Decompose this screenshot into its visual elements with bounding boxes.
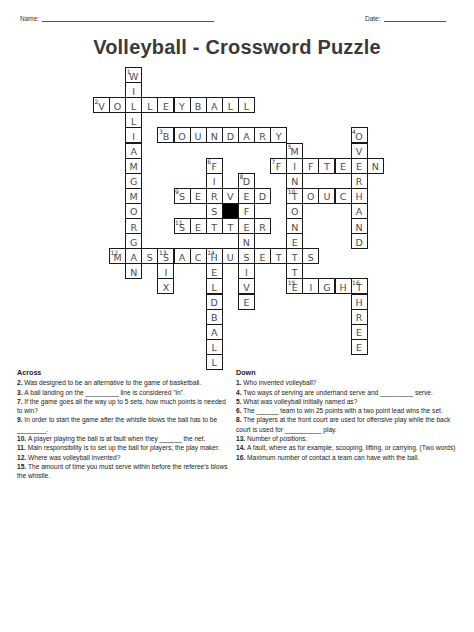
grid-cell: S (206, 203, 223, 219)
grid-cell: O (174, 127, 191, 143)
black-cell (222, 203, 239, 219)
grid-cell: 9S (174, 188, 191, 204)
grid-cell: E (351, 158, 368, 174)
across-clue-list: 2. Was designed to be an alternative to … (17, 378, 231, 480)
grid-cell: R (351, 309, 368, 325)
cell-letter: N (287, 222, 302, 234)
across-heading: Across (17, 368, 231, 377)
grid-cell: N (286, 218, 303, 234)
grid-cell: L (125, 97, 142, 113)
grid-cell: N (351, 218, 368, 234)
clue-item-8: 8. The players at the front court are us… (236, 415, 464, 434)
grid-cell: A (351, 203, 368, 219)
grid-cell: O (302, 188, 319, 204)
grid-cell: O (109, 97, 126, 113)
grid-cell: E (286, 233, 303, 249)
across-clues: Across 2. Was designed to be an alternat… (17, 368, 231, 481)
cell-letter: H (352, 191, 367, 203)
grid-cell: B (206, 309, 223, 325)
clue-item-15: 15. The amount of time you must serve wi… (17, 462, 231, 481)
cell-letter: O (303, 191, 318, 203)
grid-cell: E (238, 188, 255, 204)
cell-number: 3 (159, 128, 163, 135)
cell-letter: I (239, 267, 254, 279)
clue-item-3: 3. A ball landing on the _________ line … (17, 388, 231, 397)
cell-letter: C (191, 252, 206, 264)
cell-letter: X (158, 282, 173, 294)
cell-letter: G (126, 237, 141, 249)
cell-letter: M (126, 191, 141, 203)
cell-letter: I (126, 86, 141, 98)
grid-cell: F (238, 203, 255, 219)
cell-letter: O (110, 101, 125, 113)
grid-cell: S (302, 248, 319, 264)
cell-number: 6 (207, 158, 211, 165)
cell-number: 15 (288, 279, 296, 286)
cell-letter: T (287, 252, 302, 264)
grid-cell: N (206, 127, 223, 143)
grid-cell: A (125, 143, 142, 159)
cell-letter: L (207, 282, 222, 294)
down-clue-list: 1. Who invented volleyball?4. Two ways o… (236, 378, 464, 462)
cell-letter: E (239, 222, 254, 234)
page-title: Volleyball - Crossword Puzzle (0, 36, 474, 59)
cell-letter: I (287, 161, 302, 173)
grid-cell: I (125, 127, 142, 143)
grid-cell: E (238, 294, 255, 310)
cell-letter: L (223, 101, 238, 113)
grid-cell: V (351, 143, 368, 159)
grid-cell: T (286, 263, 303, 279)
cell-number: 16 (352, 279, 360, 286)
cell-letter: E (352, 161, 367, 173)
grid-cell: N (286, 173, 303, 189)
cell-letter: V (352, 146, 367, 158)
grid-cell: L (206, 339, 223, 355)
grid-cell: I (286, 158, 303, 174)
cell-letter: N (239, 237, 254, 249)
grid-cell: 13S (157, 248, 174, 264)
grid-cell: E (206, 263, 223, 279)
cell-number: 10 (288, 188, 296, 195)
cell-letter: N (352, 222, 367, 234)
grid-cell: 15E (286, 278, 303, 294)
grid-cell: D (254, 188, 271, 204)
crossword-grid: 1WI2VOLLEYBALLLI3BOUNDARY4OA5MVM6F7FIFTE… (93, 67, 383, 369)
grid-cell: 4O (351, 127, 368, 143)
grid-cell: 16T (351, 278, 368, 294)
cell-letter: N (368, 161, 383, 173)
grid-cell: 5M (286, 143, 303, 159)
grid-cell: L (222, 97, 239, 113)
grid-cell: A (206, 97, 223, 113)
cell-number: 12 (111, 249, 119, 256)
grid-cell: T (206, 218, 223, 234)
grid-cell: I (206, 173, 223, 189)
cell-letter: A (207, 101, 222, 113)
cell-letter: L (126, 101, 141, 113)
cell-letter: E (352, 342, 367, 354)
cell-letter: T (223, 222, 238, 234)
grid-cell: 1W (125, 67, 142, 83)
grid-cell: I (157, 263, 174, 279)
grid-cell: H (351, 294, 368, 310)
grid-cell: R (254, 127, 271, 143)
grid-cell: 8D (238, 173, 255, 189)
cell-letter: R (207, 191, 222, 203)
grid-cell: H (335, 278, 352, 294)
clue-item-1: 1. Who invented volleyball? (236, 378, 464, 387)
grid-cell: A (174, 248, 191, 264)
cell-letter: L (207, 342, 222, 354)
grid-cell: I (238, 263, 255, 279)
grid-cell: Y (174, 97, 191, 113)
worksheet-page: Name: Date: Volleyball - Crossword Puzzl… (0, 0, 474, 632)
grid-cell: E (157, 97, 174, 113)
cell-letter: N (207, 131, 222, 143)
clue-item-5: 5. What was volleyball initially named a… (236, 397, 464, 406)
cell-letter: H (352, 297, 367, 309)
grid-cell: U (190, 127, 207, 143)
grid-cell: G (125, 233, 142, 249)
cell-letter: S (239, 252, 254, 264)
grid-cell: D (206, 294, 223, 310)
cell-letter: O (126, 206, 141, 218)
grid-cell: G (125, 173, 142, 189)
cell-letter: I (126, 131, 141, 143)
cell-letter: B (207, 312, 222, 324)
cell-letter: V (239, 282, 254, 294)
cell-letter: A (126, 146, 141, 158)
down-clues: Down 1. Who invented volleyball?4. Two w… (236, 368, 464, 462)
grid-cell: T (318, 158, 335, 174)
cell-letter: F (239, 206, 254, 218)
grid-cell: C (335, 188, 352, 204)
grid-cell: L (141, 97, 158, 113)
grid-cell: 11S (174, 218, 191, 234)
grid-cell: E (351, 324, 368, 340)
cell-letter: E (191, 191, 206, 203)
cell-letter: Y (271, 131, 286, 143)
grid-cell: T (286, 248, 303, 264)
grid-cell: E (351, 339, 368, 355)
grid-cell: V (222, 188, 239, 204)
clue-item-12: 12. Where was volleyball invented? (17, 453, 231, 462)
cell-letter: T (319, 161, 334, 173)
cell-letter: A (239, 131, 254, 143)
cell-letter: D (207, 297, 222, 309)
grid-cell: M (125, 158, 142, 174)
cell-letter: R (352, 176, 367, 188)
grid-cell: N (125, 263, 142, 279)
grid-cell: M (125, 188, 142, 204)
cell-letter: O (175, 131, 190, 143)
name-label: Name: (20, 15, 39, 22)
grid-cell: H (351, 188, 368, 204)
cell-number: 5 (288, 143, 292, 150)
cell-number: 1 (127, 68, 131, 75)
grid-cell: 14H (206, 248, 223, 264)
cell-letter: U (191, 131, 206, 143)
grid-cell: 12M (109, 248, 126, 264)
cell-letter: U (319, 191, 334, 203)
grid-cell: Y (270, 127, 287, 143)
cell-letter: E (336, 161, 351, 173)
cell-letter: E (239, 297, 254, 309)
grid-cell: N (238, 233, 255, 249)
cell-letter: R (126, 222, 141, 234)
grid-cell: E (190, 188, 207, 204)
grid-cell: R (206, 188, 223, 204)
grid-cell: D (351, 233, 368, 249)
grid-cell: C (190, 248, 207, 264)
cell-number: 13 (159, 249, 167, 256)
cell-letter: S (142, 252, 157, 264)
grid-cell: L (206, 278, 223, 294)
cell-letter: A (126, 252, 141, 264)
cell-letter: F (303, 161, 318, 173)
clue-item-13: 13. Number of positions. (236, 434, 464, 443)
cell-letter: U (223, 252, 238, 264)
clue-item-4: 4. Two ways of serving are underhand ser… (236, 388, 464, 397)
cell-letter: L (239, 101, 254, 113)
cell-letter: N (287, 176, 302, 188)
cell-number: 9 (175, 188, 179, 195)
cell-letter: A (175, 252, 190, 264)
clue-item-7: 7. If the game goes all the way up to 5 … (17, 397, 231, 416)
cell-letter: A (207, 327, 222, 339)
cell-number: 4 (352, 128, 356, 135)
cell-letter: S (207, 206, 222, 218)
clue-item-14: 14. A fault, where as for example, scoop… (236, 443, 464, 452)
cell-letter: R (255, 222, 270, 234)
grid-cell: I (125, 82, 142, 98)
cell-letter: L (142, 101, 157, 113)
grid-cell: T (222, 218, 239, 234)
grid-cell: I (302, 278, 319, 294)
grid-cell: F (302, 158, 319, 174)
cell-letter: R (352, 312, 367, 324)
grid-cell: R (125, 218, 142, 234)
cell-letter: E (239, 191, 254, 203)
cell-letter: E (207, 267, 222, 279)
clue-item-11: 11. Main responsibility is to set up the… (17, 443, 231, 452)
cell-letter: H (336, 282, 351, 294)
cell-number: 14 (207, 249, 215, 256)
grid-cell: O (286, 203, 303, 219)
grid-cell: R (254, 218, 271, 234)
grid-cell: A (125, 248, 142, 264)
grid-cell: D (222, 127, 239, 143)
grid-cell: V (238, 278, 255, 294)
grid-cell: L (125, 112, 142, 128)
grid-cell: E (238, 218, 255, 234)
cell-letter: I (158, 267, 173, 279)
grid-cell: U (318, 188, 335, 204)
grid-cell: E (254, 248, 271, 264)
cell-letter: B (191, 101, 206, 113)
date-label: Date: (365, 15, 381, 22)
cell-letter: T (207, 222, 222, 234)
cell-letter: G (319, 282, 334, 294)
cell-letter: N (126, 267, 141, 279)
cell-letter: S (303, 252, 318, 264)
clue-item-16: 16. Maximum number of contact a team can… (236, 453, 464, 462)
grid-cell: N (367, 158, 384, 174)
down-heading: Down (236, 368, 464, 377)
grid-cell: E (335, 158, 352, 174)
cell-letter: E (158, 101, 173, 113)
cell-letter: D (352, 237, 367, 249)
cell-letter: E (352, 327, 367, 339)
cell-letter: Y (175, 101, 190, 113)
date-fill-line (384, 13, 446, 22)
grid-cell: L (238, 97, 255, 113)
cell-letter: E (255, 252, 270, 264)
cell-letter: D (255, 191, 270, 203)
grid-cell: 6F (206, 158, 223, 174)
clue-item-9: 9. In order to start the game after the … (17, 415, 231, 434)
cell-letter: R (255, 131, 270, 143)
grid-cell: 2V (93, 97, 110, 113)
cell-number: 2 (95, 98, 99, 105)
grid-cell: R (351, 173, 368, 189)
grid-cell: O (125, 203, 142, 219)
grid-cell: 10T (286, 188, 303, 204)
cell-letter: M (126, 161, 141, 173)
grid-cell: B (190, 97, 207, 113)
cell-letter: E (191, 222, 206, 234)
cell-letter: V (223, 191, 238, 203)
cell-letter: T (271, 252, 286, 264)
cell-letter: A (352, 206, 367, 218)
cell-letter: E (287, 237, 302, 249)
grid-cell: 7F (270, 158, 287, 174)
grid-cell: S (238, 248, 255, 264)
grid-cell: E (190, 218, 207, 234)
cell-letter: L (126, 116, 141, 128)
cell-letter: I (303, 282, 318, 294)
cell-letter: G (126, 176, 141, 188)
cell-number: 7 (272, 158, 276, 165)
cell-letter: D (223, 131, 238, 143)
cell-letter: O (287, 206, 302, 218)
grid-cell: 3B (157, 127, 174, 143)
grid-cell: S (141, 248, 158, 264)
grid-cell: T (270, 248, 287, 264)
grid-cell: A (206, 324, 223, 340)
clue-item-2: 2. Was designed to be an alternative to … (17, 378, 231, 387)
clue-item-10: 10. A player playing the ball is at faul… (17, 434, 231, 443)
cell-letter: I (207, 176, 222, 188)
cell-letter: T (287, 267, 302, 279)
grid-cell: G (318, 278, 335, 294)
clue-item-6: 6. The ______ team to win 25 points with… (236, 406, 464, 415)
cell-letter: C (336, 191, 351, 203)
grid-cell: X (157, 278, 174, 294)
grid-cell: A (238, 127, 255, 143)
grid-cell: U (222, 248, 239, 264)
name-fill-line (42, 13, 214, 22)
cell-number: 11 (175, 219, 183, 226)
cell-number: 8 (239, 173, 243, 180)
